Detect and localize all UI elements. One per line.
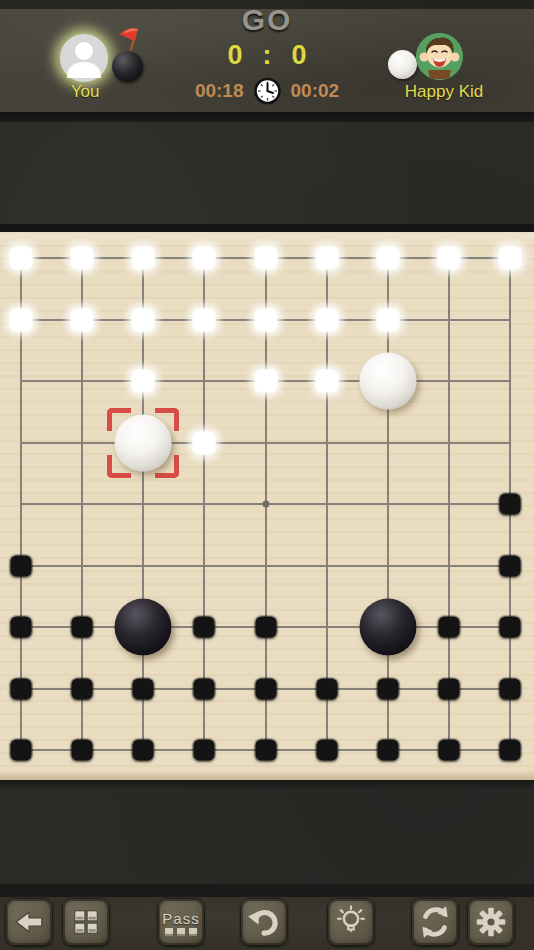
- white-territory-marker: [132, 308, 155, 331]
- white-territory-marker: [71, 247, 94, 270]
- white-territory-marker: [193, 431, 216, 454]
- black-territory-marker: [255, 678, 276, 699]
- score-opponent: 0: [292, 40, 307, 71]
- score-separator: :: [263, 40, 272, 71]
- white-territory-marker: [10, 308, 33, 331]
- white-territory-marker: [132, 370, 155, 393]
- grid-icon: [68, 904, 104, 940]
- black-territory-marker: [316, 678, 337, 699]
- back-arrow-icon: [11, 904, 47, 940]
- black-territory-marker: [500, 740, 521, 761]
- white-territory-marker: [315, 308, 338, 331]
- player-opponent-avatar[interactable]: [416, 33, 463, 80]
- pass-button-label: Pass: [162, 911, 199, 926]
- black-territory-marker: [377, 678, 398, 699]
- score-you: 0: [227, 40, 242, 71]
- alarm-clock-icon: [253, 76, 282, 105]
- white-territory-marker: [254, 370, 277, 393]
- white-territory-marker: [254, 308, 277, 331]
- white-territory-marker: [315, 247, 338, 270]
- white-territory-marker: [315, 370, 338, 393]
- refresh-icon: [416, 903, 454, 941]
- pass-button[interactable]: Pass: [157, 898, 205, 946]
- black-territory-marker: [438, 617, 459, 638]
- app-screen: GO You 0 : 0 00:18: [0, 0, 534, 950]
- black-territory-marker: [194, 678, 215, 699]
- grid-line-vertical: [448, 257, 450, 751]
- black-territory-marker: [438, 678, 459, 699]
- black-territory-marker: [72, 678, 93, 699]
- black-territory-marker: [377, 740, 398, 761]
- black-territory-marker: [72, 740, 93, 761]
- black-territory-marker: [500, 617, 521, 638]
- kid-avatar-icon: [416, 33, 463, 80]
- gear-icon: [472, 903, 510, 941]
- black-territory-marker: [255, 617, 276, 638]
- timer-you: 00:18: [195, 80, 244, 102]
- black-stone: ●: [359, 599, 416, 656]
- grid-line-vertical: [387, 257, 389, 751]
- undo-arrow-icon: [245, 903, 283, 941]
- black-territory-marker: [500, 494, 521, 515]
- page-title: GO: [0, 3, 534, 37]
- black-territory-marker: [72, 617, 93, 638]
- black-territory-marker: [438, 740, 459, 761]
- black-territory-marker: [133, 740, 154, 761]
- white-territory-marker: [499, 247, 522, 270]
- header-divider: [0, 112, 534, 122]
- white-territory-marker: [254, 247, 277, 270]
- grid-line-vertical: [326, 257, 328, 751]
- lightbulb-icon: [332, 903, 370, 941]
- white-stone: ○: [115, 414, 172, 471]
- black-territory-marker: [500, 555, 521, 576]
- settings-button[interactable]: [467, 898, 515, 946]
- black-territory-marker: [316, 740, 337, 761]
- black-territory-marker: [194, 617, 215, 638]
- white-territory-marker: [132, 247, 155, 270]
- white-territory-marker: [10, 247, 33, 270]
- black-territory-marker: [11, 678, 32, 699]
- hint-button[interactable]: [327, 898, 375, 946]
- undo-button[interactable]: [240, 898, 288, 946]
- black-territory-marker: [11, 555, 32, 576]
- restart-button[interactable]: [411, 898, 459, 946]
- grid-line-horizontal: [20, 565, 511, 567]
- player-opponent-name: Happy Kid: [384, 82, 504, 102]
- white-territory-marker: [376, 308, 399, 331]
- star-point: [262, 501, 269, 508]
- black-territory-marker: [194, 740, 215, 761]
- back-button[interactable]: [5, 898, 53, 946]
- opponent-stone-color-white: [388, 50, 417, 79]
- white-territory-marker: [437, 247, 460, 270]
- timer-opponent: 00:02: [291, 80, 340, 102]
- header: GO You 0 : 0 00:18: [0, 0, 534, 112]
- pass-dots-icon: [165, 928, 197, 936]
- white-stone: ○: [359, 353, 416, 410]
- toolbar-divider: [0, 884, 534, 897]
- board-top-edge: [0, 224, 534, 232]
- games-menu-button[interactable]: [62, 898, 110, 946]
- black-territory-marker: [11, 617, 32, 638]
- white-territory-marker: [193, 308, 216, 331]
- black-territory-marker: [255, 740, 276, 761]
- black-territory-marker: [11, 740, 32, 761]
- white-territory-marker: [71, 308, 94, 331]
- go-board[interactable]: ○○●●: [0, 232, 534, 780]
- board-bottom-edge: [0, 780, 534, 788]
- black-territory-marker: [133, 678, 154, 699]
- black-territory-marker: [500, 678, 521, 699]
- white-territory-marker: [376, 247, 399, 270]
- white-territory-marker: [193, 247, 216, 270]
- black-stone: ●: [115, 599, 172, 656]
